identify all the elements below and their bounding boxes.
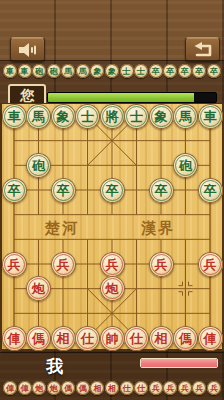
tray-piece: 馬 [61,64,75,78]
board-piece-red-r9c0[interactable]: 俥 [2,326,27,351]
tray-piece: 砲 [32,64,46,78]
tray-piece: 象 [90,64,104,78]
tray-piece: 相 [105,381,119,395]
tray-piece: 士 [134,64,148,78]
tray-piece: 卒 [207,64,221,78]
board-piece-black-r0c1[interactable]: 馬 [26,104,51,129]
tray-piece: 兵 [178,381,192,395]
river-label-left: 楚河 [39,219,85,238]
captured-tray-red: 俥俥炮炮傌傌相相仕仕兵兵兵兵兵 [3,381,221,396]
board-piece-red-r6c2[interactable]: 兵 [51,252,76,277]
tray-piece: 車 [18,64,32,78]
board-grid [0,103,224,351]
board-piece-black-r2c1[interactable]: 砲 [26,153,51,178]
sound-button[interactable] [10,37,45,62]
board-piece-black-r2c7[interactable]: 砲 [173,153,198,178]
board-piece-black-r3c8[interactable]: 卒 [198,178,223,203]
tray-piece: 兵 [149,381,163,395]
tray-piece: 俥 [3,381,17,395]
tray-piece: 相 [90,381,104,395]
board-piece-red-r9c3[interactable]: 仕 [75,326,100,351]
board-piece-black-r0c3[interactable]: 士 [75,104,100,129]
board-piece-black-r0c8[interactable]: 車 [198,104,223,129]
board-piece-red-r6c4[interactable]: 兵 [100,252,125,277]
tray-piece: 卒 [163,64,177,78]
board-piece-red-r6c0[interactable]: 兵 [2,252,27,277]
tray-piece: 炮 [32,381,46,395]
board-piece-red-r9c4[interactable]: 帥 [100,326,125,351]
board-piece-red-r9c1[interactable]: 傌 [26,326,51,351]
tray-piece: 卒 [149,64,163,78]
tray-piece: 傌 [76,381,90,395]
tray-piece: 馬 [76,64,90,78]
tray-piece: 卒 [178,64,192,78]
river-label-right: 漢界 [135,219,181,238]
board-piece-red-r9c6[interactable]: 相 [149,326,174,351]
board-piece-red-r7c1[interactable]: 炮 [26,276,51,301]
tray-piece: 兵 [192,381,206,395]
board-piece-red-r9c7[interactable]: 傌 [173,326,198,351]
tray-piece: 象 [105,64,119,78]
xiangqi-app: 車車砲砲馬馬象象士士卒卒卒卒卒 您 楚河 漢界 車馬象士將士象馬車砲砲卒卒卒卒卒… [0,0,224,400]
tray-piece: 仕 [120,381,134,395]
opponent-hp-fill [48,93,194,102]
tray-piece: 兵 [207,381,221,395]
captured-tray-black: 車車砲砲馬馬象象士士卒卒卒卒卒 [3,64,221,79]
board-piece-red-r9c8[interactable]: 俥 [198,326,223,351]
board-piece-black-r0c4[interactable]: 將 [100,104,125,129]
board-piece-black-r3c6[interactable]: 卒 [149,178,174,203]
tray-piece: 俥 [18,381,32,395]
player-hp-bar [140,358,218,368]
tray-piece: 車 [3,64,17,78]
board-piece-red-r6c6[interactable]: 兵 [149,252,174,277]
tray-piece: 卒 [192,64,206,78]
player-label: 我 [46,355,63,378]
board-piece-black-r3c4[interactable]: 卒 [100,178,125,203]
undo-button[interactable] [185,37,220,62]
opponent-hp-bar [47,92,217,103]
board-piece-black-r3c0[interactable]: 卒 [2,178,27,203]
board-piece-black-r0c5[interactable]: 士 [124,104,149,129]
board-piece-red-r9c5[interactable]: 仕 [124,326,149,351]
tray-piece: 士 [120,64,134,78]
board-piece-red-r7c4[interactable]: 炮 [100,276,125,301]
tray-piece: 兵 [163,381,177,395]
board-piece-red-r9c2[interactable]: 相 [51,326,76,351]
board-piece-black-r3c2[interactable]: 卒 [51,178,76,203]
undo-arrow-icon [191,41,215,59]
tray-piece: 仕 [134,381,148,395]
board-piece-black-r0c0[interactable]: 車 [2,104,27,129]
tray-piece: 傌 [61,381,75,395]
xiangqi-board[interactable]: 楚河 漢界 車馬象士將士象馬車砲砲卒卒卒卒卒兵兵兵兵兵炮炮俥傌相仕帥仕相傌俥 [0,103,224,351]
board-piece-black-r0c2[interactable]: 象 [51,104,76,129]
board-piece-black-r0c6[interactable]: 象 [149,104,174,129]
speaker-icon [17,42,39,58]
board-piece-red-r6c8[interactable]: 兵 [198,252,223,277]
board-piece-black-r0c7[interactable]: 馬 [173,104,198,129]
tray-piece: 炮 [47,381,61,395]
tray-piece: 砲 [47,64,61,78]
player-hp-fill [141,359,217,367]
